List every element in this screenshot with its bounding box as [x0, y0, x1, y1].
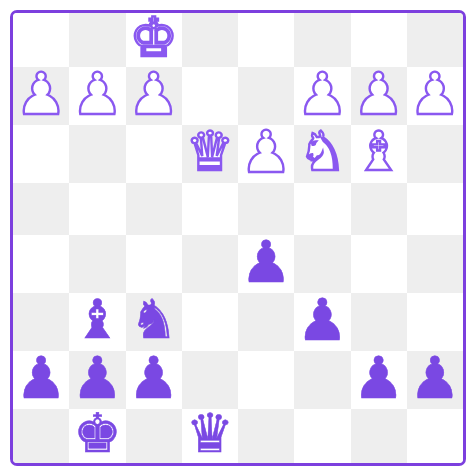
- piece-white-pawn[interactable]: ♟: [353, 65, 405, 123]
- board-square[interactable]: [69, 13, 125, 67]
- board-square[interactable]: [238, 351, 294, 409]
- piece-black-knight[interactable]: ♞: [129, 293, 177, 347]
- piece-black-pawn[interactable]: ♟: [409, 349, 461, 407]
- piece-black-pawn[interactable]: ♟: [353, 349, 405, 407]
- chess-board: ♚♟♟♟♟♟♟♛♟♞♝♟♝♞♟♟♟♟♟♟♚♛: [10, 10, 466, 466]
- board-square[interactable]: [182, 293, 238, 351]
- board-square[interactable]: [294, 13, 350, 67]
- board-square[interactable]: ♟: [126, 351, 182, 409]
- board-square[interactable]: [238, 67, 294, 125]
- board-square[interactable]: ♟: [69, 67, 125, 125]
- board-square[interactable]: [351, 13, 407, 67]
- board-square[interactable]: [126, 183, 182, 235]
- board-square[interactable]: [407, 235, 463, 293]
- board-square[interactable]: [351, 183, 407, 235]
- board-square[interactable]: [69, 125, 125, 183]
- board-square[interactable]: [407, 293, 463, 351]
- board-square[interactable]: [126, 235, 182, 293]
- board-square[interactable]: [351, 409, 407, 463]
- board-square[interactable]: ♛: [182, 125, 238, 183]
- board-square[interactable]: ♟: [407, 351, 463, 409]
- piece-black-pawn[interactable]: ♟: [15, 349, 67, 407]
- piece-white-pawn[interactable]: ♟: [128, 65, 180, 123]
- piece-black-pawn[interactable]: ♟: [71, 349, 123, 407]
- piece-black-pawn[interactable]: ♟: [296, 291, 348, 349]
- board-square[interactable]: [294, 235, 350, 293]
- board-square[interactable]: ♟: [13, 67, 69, 125]
- piece-black-king[interactable]: ♚: [73, 407, 121, 461]
- board-square[interactable]: ♟: [294, 67, 350, 125]
- board-square[interactable]: [294, 183, 350, 235]
- board-square[interactable]: [182, 183, 238, 235]
- board-square[interactable]: [407, 183, 463, 235]
- board-square[interactable]: [238, 409, 294, 463]
- piece-white-king[interactable]: ♚: [129, 11, 177, 65]
- board-square[interactable]: [182, 67, 238, 125]
- board-square[interactable]: ♟: [351, 67, 407, 125]
- board-square[interactable]: ♞: [294, 125, 350, 183]
- board-square[interactable]: [126, 125, 182, 183]
- board-square[interactable]: [407, 409, 463, 463]
- board-square[interactable]: [238, 13, 294, 67]
- board-square[interactable]: [182, 351, 238, 409]
- piece-black-pawn[interactable]: ♟: [240, 233, 292, 291]
- board-square[interactable]: [238, 293, 294, 351]
- board-square[interactable]: [182, 235, 238, 293]
- piece-white-pawn[interactable]: ♟: [409, 65, 461, 123]
- piece-black-bishop[interactable]: ♝: [73, 293, 121, 347]
- board-square[interactable]: [69, 183, 125, 235]
- board-square[interactable]: ♟: [69, 351, 125, 409]
- piece-white-pawn[interactable]: ♟: [296, 65, 348, 123]
- piece-black-pawn[interactable]: ♟: [128, 349, 180, 407]
- board-square[interactable]: ♟: [238, 235, 294, 293]
- board-square[interactable]: [13, 235, 69, 293]
- board-square[interactable]: ♝: [351, 125, 407, 183]
- board-square[interactable]: ♝: [69, 293, 125, 351]
- board-square[interactable]: [351, 235, 407, 293]
- board-square[interactable]: ♚: [126, 13, 182, 67]
- board-square[interactable]: ♟: [126, 67, 182, 125]
- board-square[interactable]: ♟: [238, 125, 294, 183]
- board-square[interactable]: [13, 183, 69, 235]
- board-square[interactable]: [294, 351, 350, 409]
- board-square[interactable]: [351, 293, 407, 351]
- board-square[interactable]: ♚: [69, 409, 125, 463]
- board-square[interactable]: ♞: [126, 293, 182, 351]
- board-square[interactable]: [182, 13, 238, 67]
- board-square[interactable]: [407, 13, 463, 67]
- chess-app-window: ♚♟♟♟♟♟♟♛♟♞♝♟♝♞♟♟♟♟♟♟♚♛: [0, 0, 475, 475]
- piece-white-pawn[interactable]: ♟: [71, 65, 123, 123]
- board-square[interactable]: ♟: [13, 351, 69, 409]
- piece-black-queen[interactable]: ♛: [186, 407, 234, 461]
- piece-white-queen[interactable]: ♛: [186, 125, 234, 179]
- board-square[interactable]: [407, 125, 463, 183]
- board-square[interactable]: ♟: [407, 67, 463, 125]
- board-square[interactable]: ♟: [351, 351, 407, 409]
- piece-white-knight[interactable]: ♞: [298, 125, 346, 179]
- board-square[interactable]: [13, 409, 69, 463]
- board-square[interactable]: [294, 409, 350, 463]
- board-square[interactable]: [126, 409, 182, 463]
- piece-white-pawn[interactable]: ♟: [240, 123, 292, 181]
- piece-white-pawn[interactable]: ♟: [15, 65, 67, 123]
- board-square[interactable]: [13, 125, 69, 183]
- board-square[interactable]: [69, 235, 125, 293]
- piece-white-bishop[interactable]: ♝: [354, 125, 402, 179]
- board-square[interactable]: ♛: [182, 409, 238, 463]
- board-square[interactable]: ♟: [294, 293, 350, 351]
- board-square[interactable]: [13, 13, 69, 67]
- board-square[interactable]: [13, 293, 69, 351]
